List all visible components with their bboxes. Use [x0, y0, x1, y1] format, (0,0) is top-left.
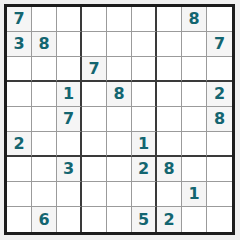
cell-r7c6: 2: [132, 157, 157, 182]
cell-r4c7[interactable]: [157, 82, 182, 107]
cell-r9c7: 2: [157, 207, 182, 232]
cell-r4c9: 2: [207, 82, 232, 107]
cell-r5c6[interactable]: [132, 107, 157, 132]
cell-r4c6[interactable]: [132, 82, 157, 107]
cell-r5c4[interactable]: [82, 107, 107, 132]
cell-r1c6[interactable]: [132, 7, 157, 32]
cell-r9c2: 6: [32, 207, 57, 232]
cell-r6c3[interactable]: [57, 132, 82, 157]
cell-r4c2[interactable]: [32, 82, 57, 107]
cell-r8c4[interactable]: [82, 182, 107, 207]
cell-r7c2[interactable]: [32, 157, 57, 182]
cell-r6c4[interactable]: [82, 132, 107, 157]
cell-r8c1[interactable]: [7, 182, 32, 207]
cell-r9c6: 5: [132, 207, 157, 232]
cell-r9c3[interactable]: [57, 207, 82, 232]
cell-r9c9[interactable]: [207, 207, 232, 232]
cell-r2c4[interactable]: [82, 32, 107, 57]
cell-r3c5[interactable]: [107, 57, 132, 82]
cell-r5c5[interactable]: [107, 107, 132, 132]
cell-r2c3[interactable]: [57, 32, 82, 57]
cell-r8c8: 1: [182, 182, 207, 207]
cell-r8c5[interactable]: [107, 182, 132, 207]
cell-r2c6[interactable]: [132, 32, 157, 57]
cell-r8c3[interactable]: [57, 182, 82, 207]
cell-r9c5[interactable]: [107, 207, 132, 232]
cell-r3c9[interactable]: [207, 57, 232, 82]
cell-r4c8[interactable]: [182, 82, 207, 107]
cell-r1c7[interactable]: [157, 7, 182, 32]
cell-r5c8[interactable]: [182, 107, 207, 132]
cell-r2c8[interactable]: [182, 32, 207, 57]
cell-r6c2[interactable]: [32, 132, 57, 157]
cell-r8c9[interactable]: [207, 182, 232, 207]
cell-r1c8: 8: [182, 7, 207, 32]
cell-r3c3[interactable]: [57, 57, 82, 82]
cell-r8c2[interactable]: [32, 182, 57, 207]
cell-r1c5[interactable]: [107, 7, 132, 32]
cell-r1c2[interactable]: [32, 7, 57, 32]
cell-r7c1[interactable]: [7, 157, 32, 182]
cell-r2c7[interactable]: [157, 32, 182, 57]
cell-r4c3: 1: [57, 82, 82, 107]
cell-r1c3[interactable]: [57, 7, 82, 32]
sudoku-board: 78387718278213281652: [4, 4, 235, 235]
cell-r1c9[interactable]: [207, 7, 232, 32]
cell-r5c2[interactable]: [32, 107, 57, 132]
cell-r1c4[interactable]: [82, 7, 107, 32]
cell-r7c9[interactable]: [207, 157, 232, 182]
cell-r5c9: 8: [207, 107, 232, 132]
cell-r3c7[interactable]: [157, 57, 182, 82]
cell-r5c7[interactable]: [157, 107, 182, 132]
cell-r3c1[interactable]: [7, 57, 32, 82]
cell-r4c4[interactable]: [82, 82, 107, 107]
cell-r9c8[interactable]: [182, 207, 207, 232]
cell-r4c1[interactable]: [7, 82, 32, 107]
cell-r2c2: 8: [32, 32, 57, 57]
cell-r7c5[interactable]: [107, 157, 132, 182]
cell-r3c2[interactable]: [32, 57, 57, 82]
cell-r6c1: 2: [7, 132, 32, 157]
cell-r9c1[interactable]: [7, 207, 32, 232]
cell-r3c4: 7: [82, 57, 107, 82]
cell-r8c6[interactable]: [132, 182, 157, 207]
cell-r6c5[interactable]: [107, 132, 132, 157]
cell-r6c6: 1: [132, 132, 157, 157]
cell-r3c6[interactable]: [132, 57, 157, 82]
cell-r7c8[interactable]: [182, 157, 207, 182]
cell-r7c3: 3: [57, 157, 82, 182]
cell-r6c9[interactable]: [207, 132, 232, 157]
cell-r9c4[interactable]: [82, 207, 107, 232]
cell-r6c7[interactable]: [157, 132, 182, 157]
cell-r2c1: 3: [7, 32, 32, 57]
cell-r2c5[interactable]: [107, 32, 132, 57]
cell-r7c4[interactable]: [82, 157, 107, 182]
cell-r5c1[interactable]: [7, 107, 32, 132]
cell-r7c7: 8: [157, 157, 182, 182]
cell-r2c9: 7: [207, 32, 232, 57]
cell-r4c5: 8: [107, 82, 132, 107]
cell-r8c7[interactable]: [157, 182, 182, 207]
cell-r6c8[interactable]: [182, 132, 207, 157]
cell-r1c1: 7: [7, 7, 32, 32]
cell-r3c8[interactable]: [182, 57, 207, 82]
cell-r5c3: 7: [57, 107, 82, 132]
